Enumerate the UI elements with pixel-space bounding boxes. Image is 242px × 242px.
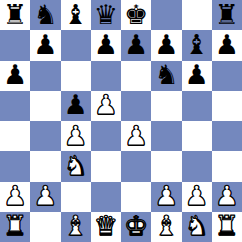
square-b4[interactable] <box>30 121 60 151</box>
square-b5[interactable] <box>30 91 60 121</box>
piece-black-queen[interactable]: ♛ <box>94 1 118 28</box>
square-h1[interactable]: ♜ <box>212 212 242 242</box>
piece-black-pawn[interactable]: ♟ <box>3 61 27 88</box>
square-d1[interactable]: ♛ <box>91 212 121 242</box>
square-b3[interactable] <box>30 151 60 181</box>
piece-white-rook[interactable]: ♜ <box>3 212 27 239</box>
square-a3[interactable] <box>0 151 30 181</box>
square-d2[interactable] <box>91 182 121 212</box>
chess-board-container: ♜♞♝♛♚♜♟♟♟♟♝♟♟♞♟♟♟♟♟♞♟♟♟♟♟♜♝♛♚♝♞♜ <box>0 0 242 242</box>
square-g2[interactable]: ♟ <box>182 182 212 212</box>
square-f2[interactable]: ♟ <box>151 182 181 212</box>
piece-white-king[interactable]: ♚ <box>124 212 148 239</box>
piece-black-bishop[interactable]: ♝ <box>64 1 88 28</box>
square-h4[interactable] <box>212 121 242 151</box>
square-a2[interactable]: ♟ <box>0 182 30 212</box>
piece-white-rook[interactable]: ♜ <box>215 212 239 239</box>
square-c2[interactable] <box>61 182 91 212</box>
square-g3[interactable] <box>182 151 212 181</box>
square-e5[interactable] <box>121 91 151 121</box>
piece-black-king[interactable]: ♚ <box>124 1 148 28</box>
square-f7[interactable]: ♟ <box>151 30 181 60</box>
piece-white-knight[interactable]: ♞ <box>185 212 209 239</box>
piece-white-pawn[interactable]: ♟ <box>64 122 88 149</box>
square-d5[interactable]: ♟ <box>91 91 121 121</box>
square-h5[interactable] <box>212 91 242 121</box>
piece-black-pawn[interactable]: ♟ <box>154 31 178 58</box>
square-e1[interactable]: ♚ <box>121 212 151 242</box>
square-h2[interactable]: ♟ <box>212 182 242 212</box>
square-f4[interactable] <box>151 121 181 151</box>
piece-white-pawn[interactable]: ♟ <box>154 182 178 209</box>
square-d7[interactable]: ♟ <box>91 30 121 60</box>
square-a4[interactable] <box>0 121 30 151</box>
piece-black-bishop[interactable]: ♝ <box>185 31 209 58</box>
square-d8[interactable]: ♛ <box>91 0 121 30</box>
piece-black-pawn[interactable]: ♟ <box>94 31 118 58</box>
square-f1[interactable]: ♝ <box>151 212 181 242</box>
square-e4[interactable]: ♟ <box>121 121 151 151</box>
square-f6[interactable]: ♞ <box>151 61 181 91</box>
square-b7[interactable]: ♟ <box>30 30 60 60</box>
square-g8[interactable] <box>182 0 212 30</box>
square-c1[interactable]: ♝ <box>61 212 91 242</box>
piece-black-pawn[interactable]: ♟ <box>33 31 57 58</box>
square-c5[interactable]: ♟ <box>61 91 91 121</box>
square-d3[interactable] <box>91 151 121 181</box>
square-e6[interactable] <box>121 61 151 91</box>
square-a8[interactable]: ♜ <box>0 0 30 30</box>
piece-white-bishop[interactable]: ♝ <box>64 212 88 239</box>
square-f3[interactable] <box>151 151 181 181</box>
piece-black-rook[interactable]: ♜ <box>3 1 27 28</box>
chess-board: ♜♞♝♛♚♜♟♟♟♟♝♟♟♞♟♟♟♟♟♞♟♟♟♟♟♜♝♛♚♝♞♜ <box>0 0 242 242</box>
square-a5[interactable] <box>0 91 30 121</box>
piece-white-pawn[interactable]: ♟ <box>185 182 209 209</box>
square-c3[interactable]: ♞ <box>61 151 91 181</box>
piece-black-knight[interactable]: ♞ <box>154 61 178 88</box>
square-a7[interactable] <box>0 30 30 60</box>
square-h7[interactable]: ♟ <box>212 30 242 60</box>
square-f5[interactable] <box>151 91 181 121</box>
square-h3[interactable] <box>212 151 242 181</box>
square-b8[interactable]: ♞ <box>30 0 60 30</box>
square-h6[interactable] <box>212 61 242 91</box>
square-e7[interactable]: ♟ <box>121 30 151 60</box>
piece-white-pawn[interactable]: ♟ <box>94 91 118 118</box>
square-c4[interactable]: ♟ <box>61 121 91 151</box>
square-e8[interactable]: ♚ <box>121 0 151 30</box>
square-g5[interactable] <box>182 91 212 121</box>
piece-white-bishop[interactable]: ♝ <box>154 212 178 239</box>
square-c8[interactable]: ♝ <box>61 0 91 30</box>
square-d6[interactable] <box>91 61 121 91</box>
square-h8[interactable]: ♜ <box>212 0 242 30</box>
piece-black-rook[interactable]: ♜ <box>215 1 239 28</box>
piece-black-pawn[interactable]: ♟ <box>64 91 88 118</box>
piece-white-pawn[interactable]: ♟ <box>215 182 239 209</box>
piece-white-pawn[interactable]: ♟ <box>124 122 148 149</box>
square-f8[interactable] <box>151 0 181 30</box>
square-c7[interactable] <box>61 30 91 60</box>
piece-white-pawn[interactable]: ♟ <box>3 182 27 209</box>
piece-black-pawn[interactable]: ♟ <box>124 31 148 58</box>
square-a1[interactable]: ♜ <box>0 212 30 242</box>
square-g7[interactable]: ♝ <box>182 30 212 60</box>
square-b2[interactable]: ♟ <box>30 182 60 212</box>
square-b6[interactable] <box>30 61 60 91</box>
square-a6[interactable]: ♟ <box>0 61 30 91</box>
square-e2[interactable] <box>121 182 151 212</box>
piece-black-knight[interactable]: ♞ <box>33 1 57 28</box>
square-e3[interactable] <box>121 151 151 181</box>
square-d4[interactable] <box>91 121 121 151</box>
square-b1[interactable] <box>30 212 60 242</box>
piece-white-queen[interactable]: ♛ <box>94 212 118 239</box>
piece-white-pawn[interactable]: ♟ <box>33 182 57 209</box>
square-g1[interactable]: ♞ <box>182 212 212 242</box>
piece-white-knight[interactable]: ♞ <box>64 152 88 179</box>
piece-black-pawn[interactable]: ♟ <box>185 61 209 88</box>
square-g6[interactable]: ♟ <box>182 61 212 91</box>
piece-black-pawn[interactable]: ♟ <box>215 31 239 58</box>
square-g4[interactable] <box>182 121 212 151</box>
square-c6[interactable] <box>61 61 91 91</box>
